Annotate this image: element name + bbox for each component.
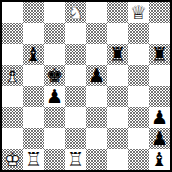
piece-glyph: ♟ (149, 128, 170, 149)
square-g6[interactable] (128, 44, 149, 65)
square-g1[interactable] (128, 149, 149, 170)
square-a2[interactable] (2, 128, 23, 149)
square-e7[interactable] (86, 23, 107, 44)
square-d8[interactable]: ♞♘ (65, 2, 86, 23)
square-e8[interactable] (86, 2, 107, 23)
square-c2[interactable] (44, 128, 65, 149)
piece-black-bishop[interactable]: ♝ (23, 44, 44, 65)
piece-outline: ♕ (128, 2, 149, 23)
square-h1[interactable]: ♝ (149, 149, 170, 170)
square-f3[interactable] (107, 107, 128, 128)
chess-board: ♞♘♛♕♝♜♜♝♗♚♟♟♟♟♚♔♜♖♜♖♝ (0, 0, 172, 172)
piece-black-king[interactable]: ♚ (44, 65, 65, 86)
piece-white-bishop[interactable]: ♝♗ (2, 65, 23, 86)
piece-glyph: ♝ (149, 149, 170, 170)
square-c4[interactable]: ♟ (44, 86, 65, 107)
piece-black-rook[interactable]: ♜ (149, 44, 170, 65)
square-g2[interactable] (128, 128, 149, 149)
square-h7[interactable] (149, 23, 170, 44)
square-b6[interactable]: ♝ (23, 44, 44, 65)
square-a8[interactable] (2, 2, 23, 23)
piece-black-pawn[interactable]: ♟ (44, 86, 65, 107)
square-f1[interactable] (107, 149, 128, 170)
square-g7[interactable] (128, 23, 149, 44)
square-h4[interactable] (149, 86, 170, 107)
square-c6[interactable] (44, 44, 65, 65)
square-b1[interactable]: ♜♖ (23, 149, 44, 170)
square-e3[interactable] (86, 107, 107, 128)
square-d2[interactable] (65, 128, 86, 149)
square-c7[interactable] (44, 23, 65, 44)
piece-glyph: ♝ (23, 44, 44, 65)
square-b8[interactable] (23, 2, 44, 23)
piece-outline: ♗ (2, 65, 23, 86)
square-a1[interactable]: ♚♔ (2, 149, 23, 170)
piece-glyph: ♜ (149, 44, 170, 65)
square-c5[interactable]: ♚ (44, 65, 65, 86)
piece-glyph: ♜ (107, 44, 128, 65)
piece-outline: ♘ (65, 2, 86, 23)
square-e4[interactable] (86, 86, 107, 107)
square-g8[interactable]: ♛♕ (128, 2, 149, 23)
piece-glyph: ♟ (86, 65, 107, 86)
square-d1[interactable]: ♜♖ (65, 149, 86, 170)
piece-white-rook[interactable]: ♜♖ (23, 149, 44, 170)
square-d3[interactable] (65, 107, 86, 128)
square-g4[interactable] (128, 86, 149, 107)
square-h5[interactable] (149, 65, 170, 86)
square-e5[interactable]: ♟ (86, 65, 107, 86)
square-b5[interactable] (23, 65, 44, 86)
piece-white-queen[interactable]: ♛♕ (128, 2, 149, 23)
piece-black-rook[interactable]: ♜ (107, 44, 128, 65)
square-a7[interactable] (2, 23, 23, 44)
piece-white-king[interactable]: ♚♔ (2, 149, 23, 170)
square-g3[interactable] (128, 107, 149, 128)
square-f6[interactable]: ♜ (107, 44, 128, 65)
piece-black-pawn[interactable]: ♟ (149, 128, 170, 149)
square-c1[interactable] (44, 149, 65, 170)
piece-black-pawn[interactable]: ♟ (149, 107, 170, 128)
piece-outline: ♖ (23, 149, 44, 170)
piece-black-pawn[interactable]: ♟ (86, 65, 107, 86)
square-d7[interactable] (65, 23, 86, 44)
square-h8[interactable] (149, 2, 170, 23)
square-a4[interactable] (2, 86, 23, 107)
square-c8[interactable] (44, 2, 65, 23)
square-e2[interactable] (86, 128, 107, 149)
piece-outline: ♖ (65, 149, 86, 170)
square-a6[interactable] (2, 44, 23, 65)
square-g5[interactable] (128, 65, 149, 86)
square-e6[interactable] (86, 44, 107, 65)
piece-outline: ♔ (2, 149, 23, 170)
square-c3[interactable] (44, 107, 65, 128)
piece-glyph: ♚ (44, 65, 65, 86)
square-d6[interactable] (65, 44, 86, 65)
square-d4[interactable] (65, 86, 86, 107)
piece-glyph: ♟ (149, 107, 170, 128)
square-b7[interactable] (23, 23, 44, 44)
square-h6[interactable]: ♜ (149, 44, 170, 65)
square-a3[interactable] (2, 107, 23, 128)
square-d5[interactable] (65, 65, 86, 86)
square-h2[interactable]: ♟ (149, 128, 170, 149)
square-b4[interactable] (23, 86, 44, 107)
square-e1[interactable] (86, 149, 107, 170)
square-f4[interactable] (107, 86, 128, 107)
square-f8[interactable] (107, 2, 128, 23)
square-b2[interactable] (23, 128, 44, 149)
square-b3[interactable] (23, 107, 44, 128)
piece-glyph: ♟ (44, 86, 65, 107)
square-h3[interactable]: ♟ (149, 107, 170, 128)
square-f2[interactable] (107, 128, 128, 149)
piece-white-knight[interactable]: ♞♘ (65, 2, 86, 23)
square-f7[interactable] (107, 23, 128, 44)
piece-black-bishop[interactable]: ♝ (149, 149, 170, 170)
square-a5[interactable]: ♝♗ (2, 65, 23, 86)
square-f5[interactable] (107, 65, 128, 86)
piece-white-rook[interactable]: ♜♖ (65, 149, 86, 170)
